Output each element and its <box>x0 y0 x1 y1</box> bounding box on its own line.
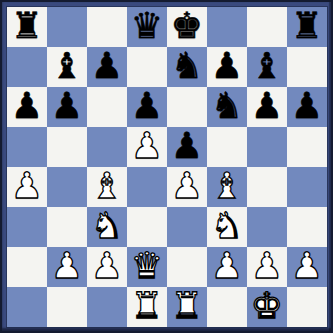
square-g8[interactable] <box>247 7 287 47</box>
white-rook: ♜ <box>171 287 203 326</box>
black-knight: ♞ <box>211 87 243 126</box>
square-g3[interactable] <box>247 207 287 247</box>
square-g4[interactable] <box>247 167 287 207</box>
square-f7[interactable]: ♟ <box>207 47 247 87</box>
square-b8[interactable] <box>47 7 87 47</box>
square-c8[interactable] <box>87 7 127 47</box>
black-pawn: ♟ <box>131 87 163 126</box>
square-c1[interactable] <box>87 287 127 327</box>
square-f3[interactable]: ♞ <box>207 207 247 247</box>
square-d8[interactable]: ♛ <box>127 7 167 47</box>
square-d3[interactable] <box>127 207 167 247</box>
black-pawn: ♟ <box>211 47 243 86</box>
square-g5[interactable] <box>247 127 287 167</box>
square-b4[interactable] <box>47 167 87 207</box>
square-a6[interactable]: ♟ <box>7 87 47 127</box>
square-e1[interactable]: ♜ <box>167 287 207 327</box>
black-pawn: ♟ <box>171 127 203 166</box>
white-pawn: ♟ <box>91 247 123 286</box>
square-h5[interactable] <box>287 127 327 167</box>
white-pawn: ♟ <box>171 167 203 206</box>
square-d2[interactable]: ♛ <box>127 247 167 287</box>
white-pawn: ♟ <box>11 167 43 206</box>
square-c2[interactable]: ♟ <box>87 247 127 287</box>
square-h3[interactable] <box>287 207 327 247</box>
white-knight: ♞ <box>91 207 123 246</box>
square-c7[interactable]: ♟ <box>87 47 127 87</box>
square-d6[interactable]: ♟ <box>127 87 167 127</box>
white-queen: ♛ <box>131 247 163 286</box>
square-c4[interactable]: ♝ <box>87 167 127 207</box>
white-pawn: ♟ <box>131 127 163 166</box>
square-a8[interactable]: ♜ <box>7 7 47 47</box>
square-h1[interactable] <box>287 287 327 327</box>
square-f2[interactable]: ♟ <box>207 247 247 287</box>
black-knight: ♞ <box>171 47 203 86</box>
square-h2[interactable]: ♟ <box>287 247 327 287</box>
square-a1[interactable] <box>7 287 47 327</box>
square-a3[interactable] <box>7 207 47 247</box>
square-g7[interactable]: ♝ <box>247 47 287 87</box>
square-e8[interactable]: ♚ <box>167 7 207 47</box>
square-c5[interactable] <box>87 127 127 167</box>
square-a2[interactable] <box>7 247 47 287</box>
square-e7[interactable]: ♞ <box>167 47 207 87</box>
black-bishop: ♝ <box>251 47 283 86</box>
square-b1[interactable] <box>47 287 87 327</box>
square-f8[interactable] <box>207 7 247 47</box>
square-e2[interactable] <box>167 247 207 287</box>
square-h4[interactable] <box>287 167 327 207</box>
square-b6[interactable]: ♟ <box>47 87 87 127</box>
square-a5[interactable] <box>7 127 47 167</box>
square-a4[interactable]: ♟ <box>7 167 47 207</box>
square-f4[interactable]: ♝ <box>207 167 247 207</box>
square-d7[interactable] <box>127 47 167 87</box>
white-rook: ♜ <box>131 287 163 326</box>
white-king: ♚ <box>251 287 283 326</box>
white-pawn: ♟ <box>51 247 83 286</box>
square-e5[interactable]: ♟ <box>167 127 207 167</box>
square-h6[interactable]: ♟ <box>287 87 327 127</box>
square-c3[interactable]: ♞ <box>87 207 127 247</box>
board-frame: ♜♛♚♜♝♟♞♟♝♟♟♟♞♟♟♟♟♟♝♟♝♞♞♟♟♛♟♟♟♜♜♚ <box>0 0 333 333</box>
black-pawn: ♟ <box>51 87 83 126</box>
square-e6[interactable] <box>167 87 207 127</box>
square-e4[interactable]: ♟ <box>167 167 207 207</box>
white-pawn: ♟ <box>211 247 243 286</box>
square-d4[interactable] <box>127 167 167 207</box>
square-b3[interactable] <box>47 207 87 247</box>
black-pawn: ♟ <box>251 87 283 126</box>
black-pawn: ♟ <box>91 47 123 86</box>
square-b7[interactable]: ♝ <box>47 47 87 87</box>
black-rook: ♜ <box>291 7 323 46</box>
white-bishop: ♝ <box>211 167 243 206</box>
square-f1[interactable] <box>207 287 247 327</box>
white-bishop: ♝ <box>91 167 123 206</box>
square-b2[interactable]: ♟ <box>47 247 87 287</box>
chess-board: ♜♛♚♜♝♟♞♟♝♟♟♟♞♟♟♟♟♟♝♟♝♞♞♟♟♛♟♟♟♜♜♚ <box>7 7 327 327</box>
black-pawn: ♟ <box>11 87 43 126</box>
white-knight: ♞ <box>211 207 243 246</box>
square-d1[interactable]: ♜ <box>127 287 167 327</box>
black-queen: ♛ <box>131 7 163 46</box>
square-b5[interactable] <box>47 127 87 167</box>
square-g6[interactable]: ♟ <box>247 87 287 127</box>
square-h7[interactable] <box>287 47 327 87</box>
black-king: ♚ <box>171 7 203 46</box>
white-pawn: ♟ <box>291 247 323 286</box>
square-h8[interactable]: ♜ <box>287 7 327 47</box>
white-pawn: ♟ <box>251 247 283 286</box>
square-e3[interactable] <box>167 207 207 247</box>
square-f5[interactable] <box>207 127 247 167</box>
square-g2[interactable]: ♟ <box>247 247 287 287</box>
black-bishop: ♝ <box>51 47 83 86</box>
square-f6[interactable]: ♞ <box>207 87 247 127</box>
square-a7[interactable] <box>7 47 47 87</box>
black-rook: ♜ <box>11 7 43 46</box>
square-c6[interactable] <box>87 87 127 127</box>
square-g1[interactable]: ♚ <box>247 287 287 327</box>
black-pawn: ♟ <box>291 87 323 126</box>
square-d5[interactable]: ♟ <box>127 127 167 167</box>
